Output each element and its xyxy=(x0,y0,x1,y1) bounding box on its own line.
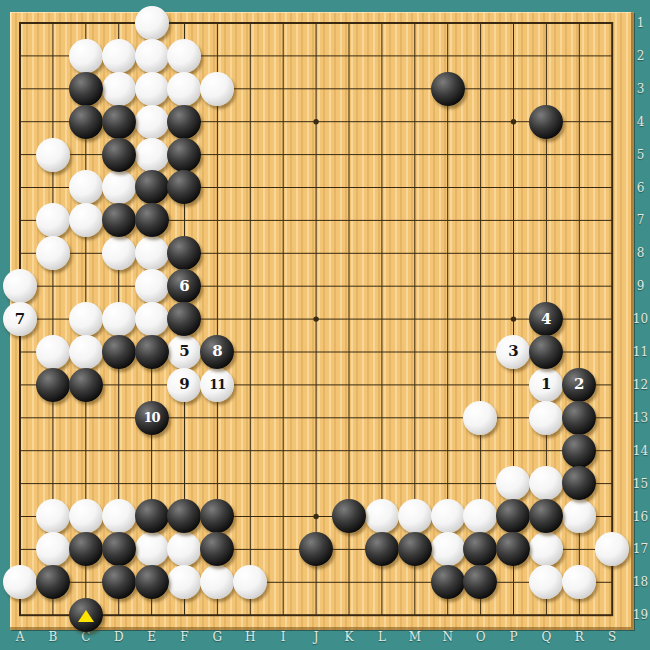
move-number-label: 8 xyxy=(212,344,222,359)
stone-g16[interactable] xyxy=(200,499,234,533)
column-label-n: N xyxy=(442,630,453,644)
stone-a10[interactable]: 7 xyxy=(3,302,37,336)
move-number-label: 5 xyxy=(179,344,189,359)
stone-d7[interactable] xyxy=(102,203,136,237)
stone-e5[interactable] xyxy=(135,138,169,172)
column-label-q: Q xyxy=(541,630,551,644)
stone-d2[interactable] xyxy=(102,39,136,73)
stone-f3[interactable] xyxy=(167,72,201,106)
stone-s17[interactable] xyxy=(595,532,629,566)
stone-f10[interactable] xyxy=(167,302,201,336)
stone-r12[interactable]: 2 xyxy=(562,368,596,402)
stone-c16[interactable] xyxy=(69,499,103,533)
stone-j17[interactable] xyxy=(299,532,333,566)
stone-e16[interactable] xyxy=(135,499,169,533)
move-number-label: 7 xyxy=(15,312,25,327)
column-label-c: C xyxy=(81,630,90,644)
stone-d4[interactable] xyxy=(102,105,136,139)
stone-d5[interactable] xyxy=(102,138,136,172)
row-label-12: 12 xyxy=(631,378,650,392)
move-number-label: 6 xyxy=(179,279,189,294)
stones-grid: 7539111648210 xyxy=(4,7,629,632)
stone-f17[interactable] xyxy=(167,532,201,566)
stone-k16[interactable] xyxy=(332,499,366,533)
stone-g3[interactable] xyxy=(200,72,234,106)
column-label-r: R xyxy=(575,630,584,644)
column-label-d: D xyxy=(114,630,124,644)
row-label-4: 4 xyxy=(631,115,650,129)
row-label-1: 1 xyxy=(631,16,650,30)
stone-c6[interactable] xyxy=(69,170,103,204)
triangle-marker xyxy=(78,610,94,622)
stone-c7[interactable] xyxy=(69,203,103,237)
stone-q12[interactable]: 1 xyxy=(529,368,563,402)
stone-f2[interactable] xyxy=(167,39,201,73)
stone-b18[interactable] xyxy=(36,565,70,599)
stone-d8[interactable] xyxy=(102,236,136,270)
stone-p17[interactable] xyxy=(496,532,530,566)
column-label-s: S xyxy=(608,630,616,644)
stone-b11[interactable] xyxy=(36,335,70,369)
column-label-o: O xyxy=(476,630,486,644)
stone-c11[interactable] xyxy=(69,335,103,369)
stone-g18[interactable] xyxy=(200,565,234,599)
go-board[interactable]: 7539111648210 xyxy=(10,12,634,630)
stone-f5[interactable] xyxy=(167,138,201,172)
stone-c12[interactable] xyxy=(69,368,103,402)
stone-c4[interactable] xyxy=(69,105,103,139)
column-label-l: L xyxy=(378,630,386,644)
row-label-14: 14 xyxy=(631,444,650,458)
stone-h18[interactable] xyxy=(233,565,267,599)
stone-n17[interactable] xyxy=(431,532,465,566)
stone-d6[interactable] xyxy=(102,170,136,204)
stone-b16[interactable] xyxy=(36,499,70,533)
row-label-15: 15 xyxy=(631,477,650,491)
stone-c2[interactable] xyxy=(69,39,103,73)
stone-e9[interactable] xyxy=(135,269,169,303)
column-label-m: M xyxy=(409,630,421,644)
stone-q10[interactable]: 4 xyxy=(529,302,563,336)
stone-r18[interactable] xyxy=(562,565,596,599)
stone-q13[interactable] xyxy=(529,401,563,435)
column-label-g: G xyxy=(213,630,223,644)
stone-f8[interactable] xyxy=(167,236,201,270)
stone-o16[interactable] xyxy=(463,499,497,533)
stone-r13[interactable] xyxy=(562,401,596,435)
row-label-5: 5 xyxy=(631,148,650,162)
stone-d18[interactable] xyxy=(102,565,136,599)
stone-e7[interactable] xyxy=(135,203,169,237)
stone-o13[interactable] xyxy=(463,401,497,435)
stone-e17[interactable] xyxy=(135,532,169,566)
move-number-label: 1 xyxy=(541,377,551,392)
stone-n16[interactable] xyxy=(431,499,465,533)
stone-e11[interactable] xyxy=(135,335,169,369)
stone-f4[interactable] xyxy=(167,105,201,139)
column-label-p: P xyxy=(509,630,517,644)
stone-e1[interactable] xyxy=(135,6,169,40)
stone-c17[interactable] xyxy=(69,532,103,566)
stone-q16[interactable] xyxy=(529,499,563,533)
stone-d11[interactable] xyxy=(102,335,136,369)
stone-e8[interactable] xyxy=(135,236,169,270)
stone-f6[interactable] xyxy=(167,170,201,204)
go-diagram: 7539111648210 ABCDEFGHIJKLMNOPQRS 123456… xyxy=(0,0,650,650)
stone-q18[interactable] xyxy=(529,565,563,599)
column-label-a: A xyxy=(16,630,25,644)
stone-c3[interactable] xyxy=(69,72,103,106)
stone-f9[interactable]: 6 xyxy=(167,269,201,303)
stone-o17[interactable] xyxy=(463,532,497,566)
column-label-i: I xyxy=(281,630,286,644)
row-label-9: 9 xyxy=(631,279,650,293)
stone-b8[interactable] xyxy=(36,236,70,270)
stone-q17[interactable] xyxy=(529,532,563,566)
stone-l17[interactable] xyxy=(365,532,399,566)
stone-f11[interactable]: 5 xyxy=(167,335,201,369)
row-label-11: 11 xyxy=(631,345,650,359)
stone-p15[interactable] xyxy=(496,466,530,500)
row-label-13: 13 xyxy=(631,411,650,425)
stone-e6[interactable] xyxy=(135,170,169,204)
row-label-10: 10 xyxy=(631,312,650,326)
stone-b12[interactable] xyxy=(36,368,70,402)
stone-m16[interactable] xyxy=(398,499,432,533)
row-label-19: 19 xyxy=(631,608,650,622)
stone-r16[interactable] xyxy=(562,499,596,533)
row-label-7: 7 xyxy=(631,213,650,227)
stone-f16[interactable] xyxy=(167,499,201,533)
stone-e18[interactable] xyxy=(135,565,169,599)
row-label-2: 2 xyxy=(631,49,650,63)
stone-b17[interactable] xyxy=(36,532,70,566)
stone-e13[interactable]: 10 xyxy=(135,401,169,435)
stone-l16[interactable] xyxy=(365,499,399,533)
column-label-f: F xyxy=(180,630,188,644)
stone-r15[interactable] xyxy=(562,466,596,500)
stone-c10[interactable] xyxy=(69,302,103,336)
stone-p11[interactable]: 3 xyxy=(496,335,530,369)
column-label-b: B xyxy=(48,630,57,644)
stone-d10[interactable] xyxy=(102,302,136,336)
stone-d3[interactable] xyxy=(102,72,136,106)
stone-m17[interactable] xyxy=(398,532,432,566)
stone-e2[interactable] xyxy=(135,39,169,73)
stone-b7[interactable] xyxy=(36,203,70,237)
stone-q4[interactable] xyxy=(529,105,563,139)
stone-q15[interactable] xyxy=(529,466,563,500)
stone-b5[interactable] xyxy=(36,138,70,172)
column-label-k: K xyxy=(345,630,354,644)
stone-n18[interactable] xyxy=(431,565,465,599)
stone-f12[interactable]: 9 xyxy=(167,368,201,402)
stone-n3[interactable] xyxy=(431,72,465,106)
move-number-label: 2 xyxy=(574,377,584,392)
stone-c19[interactable] xyxy=(69,598,103,632)
move-number-label: 10 xyxy=(144,411,160,424)
stone-e10[interactable] xyxy=(135,302,169,336)
stone-p16[interactable] xyxy=(496,499,530,533)
row-label-8: 8 xyxy=(631,246,650,260)
move-number-label: 3 xyxy=(508,344,518,359)
column-label-j: J xyxy=(314,630,319,644)
row-label-6: 6 xyxy=(631,181,650,195)
row-label-16: 16 xyxy=(631,510,650,524)
stone-e4[interactable] xyxy=(135,105,169,139)
stone-d17[interactable] xyxy=(102,532,136,566)
stone-e3[interactable] xyxy=(135,72,169,106)
column-label-h: H xyxy=(245,630,255,644)
row-label-18: 18 xyxy=(631,575,650,589)
stone-a9[interactable] xyxy=(3,269,37,303)
stone-f18[interactable] xyxy=(167,565,201,599)
move-number-label: 9 xyxy=(179,377,189,392)
stone-a18[interactable] xyxy=(3,565,37,599)
row-label-17: 17 xyxy=(631,542,650,556)
row-label-3: 3 xyxy=(631,82,650,96)
column-label-e: E xyxy=(147,630,156,644)
stone-r14[interactable] xyxy=(562,434,596,468)
move-number-label: 11 xyxy=(209,378,225,391)
stone-d16[interactable] xyxy=(102,499,136,533)
move-number-label: 4 xyxy=(541,312,551,327)
stone-g17[interactable] xyxy=(200,532,234,566)
stone-g12[interactable]: 11 xyxy=(200,368,234,402)
stone-g11[interactable]: 8 xyxy=(200,335,234,369)
stone-o18[interactable] xyxy=(463,565,497,599)
stone-q11[interactable] xyxy=(529,335,563,369)
